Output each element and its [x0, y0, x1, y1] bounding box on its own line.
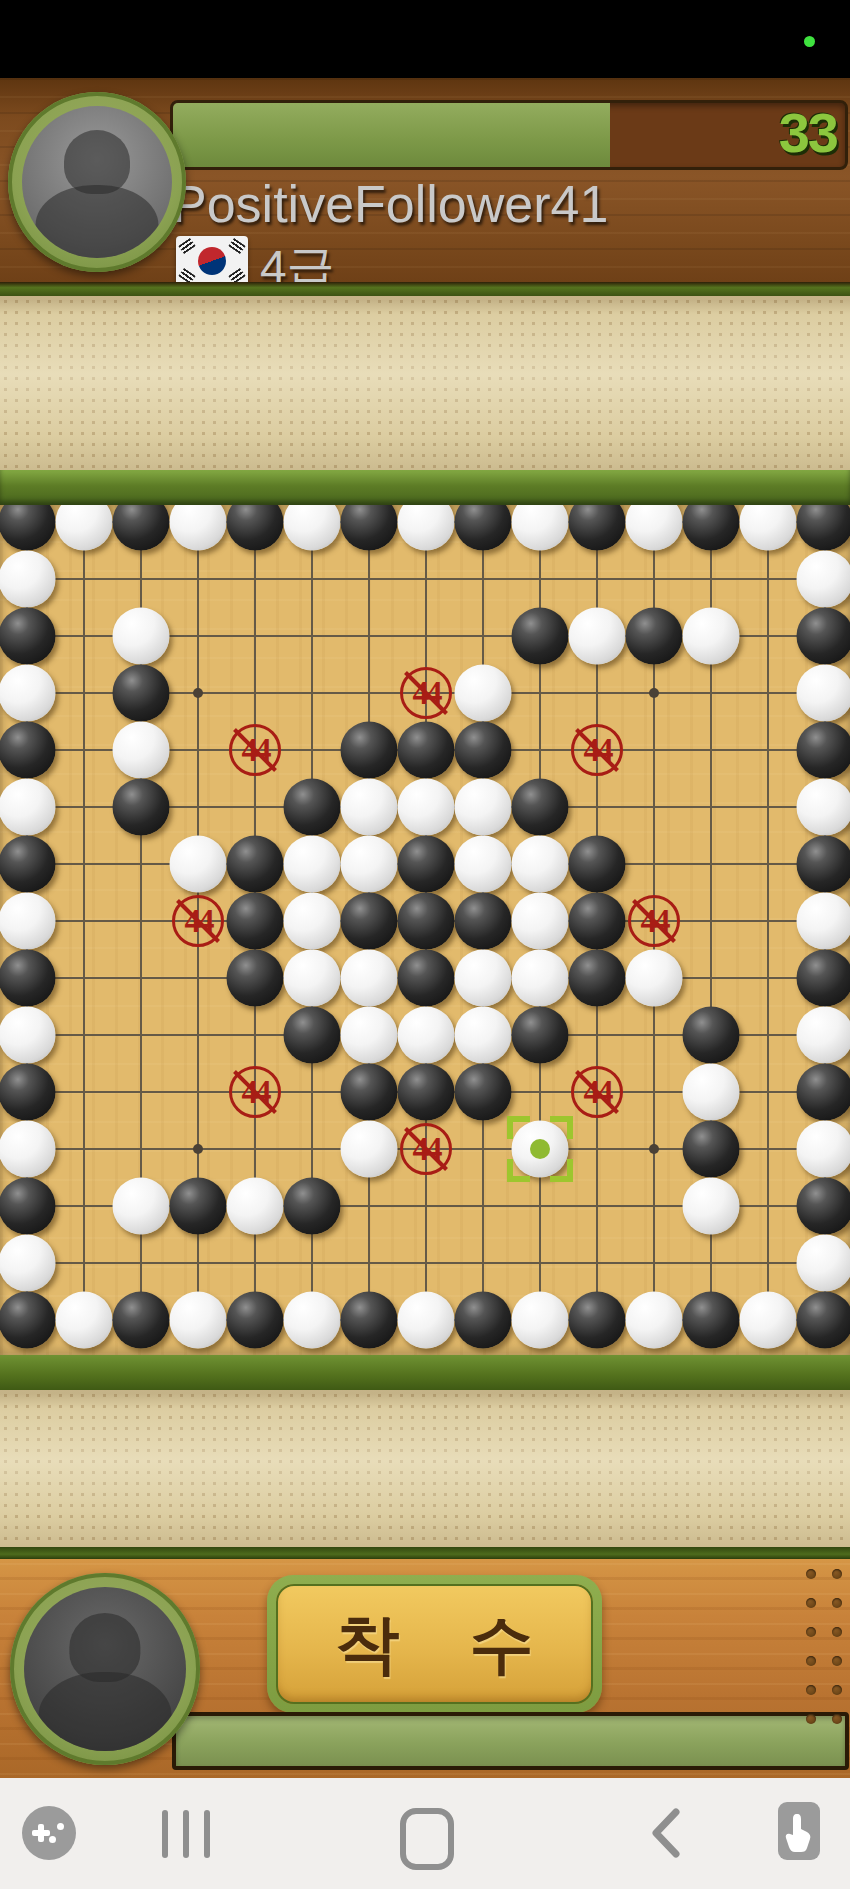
board-gridline-vertical	[83, 522, 85, 1322]
board-frame-bottom	[0, 1355, 850, 1390]
white-stone	[284, 836, 341, 893]
black-stone	[341, 893, 398, 950]
forbidden-move-marker: 44	[571, 1066, 623, 1118]
forbidden-move-marker: 44	[172, 895, 224, 947]
black-stone	[512, 608, 569, 665]
go-board[interactable]: 4444444444444444	[0, 505, 850, 1355]
black-stone	[455, 893, 512, 950]
white-stone	[569, 608, 626, 665]
touch-assist-icon[interactable]	[778, 1802, 820, 1860]
black-stone	[341, 722, 398, 779]
black-stone	[797, 1178, 850, 1235]
white-stone	[455, 1007, 512, 1064]
black-stone	[227, 505, 284, 551]
black-stone	[284, 1178, 341, 1235]
black-stone	[0, 836, 56, 893]
white-stone	[398, 505, 455, 551]
black-stone	[569, 893, 626, 950]
opponent-timer-fill	[173, 103, 610, 167]
black-stone	[797, 950, 850, 1007]
white-stone	[512, 836, 569, 893]
korea-flag-icon	[176, 236, 248, 286]
black-stone	[0, 1292, 56, 1349]
black-stone	[455, 1064, 512, 1121]
white-stone	[455, 665, 512, 722]
black-stone	[797, 505, 850, 551]
black-stone	[113, 505, 170, 551]
white-stone	[512, 950, 569, 1007]
black-stone	[113, 779, 170, 836]
white-stone	[512, 505, 569, 551]
white-stone	[113, 722, 170, 779]
black-stone	[569, 836, 626, 893]
grille-dot	[832, 1656, 842, 1666]
black-stone	[113, 1292, 170, 1349]
black-stone	[797, 722, 850, 779]
grille-dot	[832, 1569, 842, 1579]
black-stone	[398, 836, 455, 893]
black-stone	[284, 1007, 341, 1064]
taegeuk-icon	[198, 247, 226, 275]
grille-dot	[806, 1685, 816, 1695]
forbidden-move-marker: 44	[229, 724, 281, 776]
white-stone	[398, 1292, 455, 1349]
white-stone	[284, 1292, 341, 1349]
white-stone	[512, 893, 569, 950]
black-stone	[398, 1064, 455, 1121]
black-stone	[0, 505, 56, 551]
grille-dot	[806, 1598, 816, 1608]
grille-dot	[832, 1714, 842, 1724]
black-stone	[569, 950, 626, 1007]
black-stone	[0, 1178, 56, 1235]
player-timer-bar	[172, 1712, 849, 1770]
white-stone	[455, 779, 512, 836]
black-stone	[0, 608, 56, 665]
black-stone	[683, 1292, 740, 1349]
white-stone	[398, 1007, 455, 1064]
black-stone	[227, 950, 284, 1007]
white-stone	[626, 1292, 683, 1349]
opponent-avatar	[8, 92, 186, 272]
forbidden-move-marker: 44	[571, 724, 623, 776]
white-stone	[455, 836, 512, 893]
black-stone	[797, 1292, 850, 1349]
panel-divider	[0, 1547, 850, 1559]
black-stone	[227, 893, 284, 950]
white-stone	[797, 665, 850, 722]
white-stone	[797, 1121, 850, 1178]
black-stone	[0, 1064, 56, 1121]
white-stone	[113, 608, 170, 665]
black-stone	[626, 608, 683, 665]
white-stone	[740, 505, 797, 551]
grille-dot	[832, 1598, 842, 1608]
board-gridline-horizontal	[27, 1262, 827, 1264]
white-stone	[341, 836, 398, 893]
recents-button[interactable]	[162, 1810, 214, 1858]
white-stone	[170, 836, 227, 893]
last-move-marker	[507, 1116, 573, 1182]
grille-dot	[832, 1627, 842, 1637]
white-stone	[0, 893, 56, 950]
app-screen: 33 PositiveFollower41 4급 444444444444444…	[0, 0, 850, 1889]
white-stone	[0, 665, 56, 722]
game-booster-icon[interactable]	[22, 1806, 76, 1860]
white-stone	[683, 1064, 740, 1121]
black-stone	[512, 1007, 569, 1064]
player-panel: 착 수	[0, 1547, 850, 1778]
white-stone	[512, 1292, 569, 1349]
android-nav-bar	[0, 1778, 850, 1889]
notification-dot-icon	[804, 36, 815, 47]
star-point	[193, 688, 203, 698]
black-stone	[341, 1064, 398, 1121]
grille-dot	[806, 1714, 816, 1724]
status-bar	[0, 0, 850, 78]
white-stone	[56, 505, 113, 551]
black-stone	[797, 1064, 850, 1121]
white-stone	[683, 1178, 740, 1235]
dotted-gap-top	[0, 296, 850, 470]
white-stone	[170, 505, 227, 551]
white-stone	[284, 950, 341, 1007]
opponent-timer-value: 33	[779, 100, 837, 165]
white-stone	[626, 950, 683, 1007]
star-point	[649, 1144, 659, 1154]
board-gridline-vertical	[767, 522, 769, 1322]
white-stone	[0, 551, 56, 608]
forbidden-move-marker: 44	[400, 1123, 452, 1175]
black-stone	[455, 722, 512, 779]
black-stone	[683, 1007, 740, 1064]
black-stone	[170, 1178, 227, 1235]
black-stone	[512, 779, 569, 836]
white-stone	[683, 608, 740, 665]
white-stone	[113, 1178, 170, 1235]
white-stone	[797, 1235, 850, 1292]
place-stone-button[interactable]: 착 수	[267, 1575, 602, 1713]
dotted-gap-bottom	[0, 1390, 850, 1547]
white-stone	[0, 1121, 56, 1178]
place-stone-button-label: 착 수	[310, 1601, 560, 1688]
black-stone	[284, 779, 341, 836]
white-stone	[797, 1007, 850, 1064]
back-button[interactable]	[648, 1808, 682, 1858]
star-point	[649, 688, 659, 698]
white-stone	[797, 551, 850, 608]
black-stone	[797, 836, 850, 893]
white-stone	[341, 779, 398, 836]
white-stone	[56, 1292, 113, 1349]
black-stone	[569, 505, 626, 551]
star-point	[193, 1144, 203, 1154]
white-stone	[455, 950, 512, 1007]
board-frame-top	[0, 470, 850, 505]
black-stone	[683, 1121, 740, 1178]
white-stone	[284, 893, 341, 950]
white-stone	[797, 779, 850, 836]
white-stone	[227, 1178, 284, 1235]
grille-dot	[832, 1685, 842, 1695]
black-stone	[797, 608, 850, 665]
white-stone	[0, 1235, 56, 1292]
black-stone	[455, 1292, 512, 1349]
white-stone	[740, 1292, 797, 1349]
white-stone	[284, 505, 341, 551]
white-stone	[341, 1121, 398, 1178]
black-stone	[398, 722, 455, 779]
black-stone	[341, 505, 398, 551]
grille-dot	[806, 1569, 816, 1579]
black-stone	[227, 1292, 284, 1349]
white-stone	[398, 779, 455, 836]
white-stone	[341, 1007, 398, 1064]
black-stone	[455, 505, 512, 551]
black-stone	[398, 893, 455, 950]
board-gridline-horizontal	[27, 578, 827, 580]
black-stone	[569, 1292, 626, 1349]
player-avatar	[10, 1573, 200, 1765]
opponent-timer-bar: 33	[170, 100, 848, 170]
black-stone	[0, 722, 56, 779]
forbidden-move-marker: 44	[229, 1066, 281, 1118]
forbidden-move-marker: 44	[628, 895, 680, 947]
grille-dot	[806, 1627, 816, 1637]
white-stone	[0, 779, 56, 836]
black-stone	[227, 836, 284, 893]
white-stone	[626, 505, 683, 551]
black-stone	[0, 950, 56, 1007]
white-stone	[797, 893, 850, 950]
white-stone	[0, 1007, 56, 1064]
forbidden-move-marker: 44	[400, 667, 452, 719]
black-stone	[398, 950, 455, 1007]
opponent-panel: 33 PositiveFollower41 4급	[0, 78, 850, 296]
white-stone	[341, 950, 398, 1007]
opponent-name: PositiveFollower41	[172, 174, 608, 234]
grille-dot	[806, 1656, 816, 1666]
white-stone	[170, 1292, 227, 1349]
panel-divider	[0, 282, 850, 296]
black-stone	[683, 505, 740, 551]
black-stone	[341, 1292, 398, 1349]
home-button[interactable]	[400, 1808, 454, 1870]
black-stone	[113, 665, 170, 722]
